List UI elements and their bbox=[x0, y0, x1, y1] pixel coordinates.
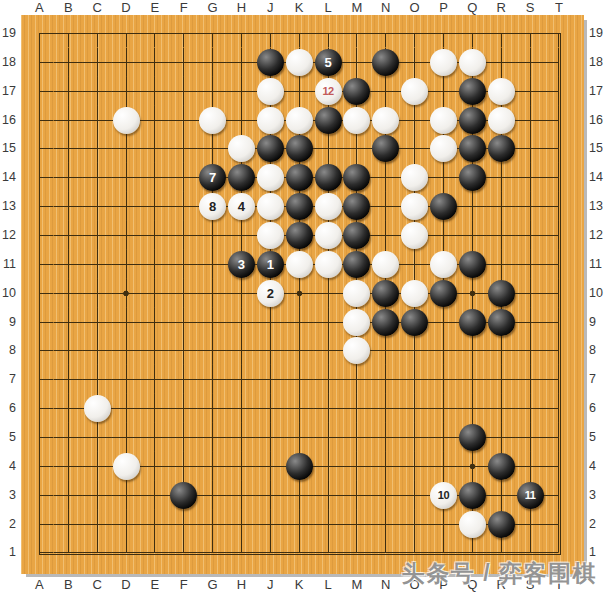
point-A19[interactable] bbox=[25, 19, 54, 48]
point-G13[interactable]: 8 bbox=[198, 192, 227, 221]
point-Q19[interactable] bbox=[458, 19, 487, 48]
point-N18[interactable] bbox=[371, 48, 400, 77]
point-M2[interactable] bbox=[342, 510, 371, 539]
point-E15[interactable] bbox=[140, 134, 169, 163]
point-M13[interactable] bbox=[342, 192, 371, 221]
point-A13[interactable] bbox=[25, 192, 54, 221]
point-Q16[interactable] bbox=[458, 106, 487, 135]
point-T13[interactable] bbox=[544, 192, 573, 221]
point-A1[interactable] bbox=[25, 538, 54, 567]
point-A10[interactable] bbox=[25, 279, 54, 308]
point-E2[interactable] bbox=[140, 510, 169, 539]
point-O2[interactable] bbox=[400, 510, 429, 539]
point-F5[interactable] bbox=[169, 423, 198, 452]
point-N19[interactable] bbox=[371, 19, 400, 48]
point-K19[interactable] bbox=[285, 19, 314, 48]
point-E8[interactable] bbox=[140, 336, 169, 365]
point-K3[interactable] bbox=[285, 481, 314, 510]
point-G15[interactable] bbox=[198, 134, 227, 163]
point-E7[interactable] bbox=[140, 365, 169, 394]
point-J11[interactable]: 1 bbox=[256, 250, 285, 279]
point-M7[interactable] bbox=[342, 365, 371, 394]
point-T9[interactable] bbox=[544, 308, 573, 337]
point-N3[interactable] bbox=[371, 481, 400, 510]
point-F13[interactable] bbox=[169, 192, 198, 221]
point-C16[interactable] bbox=[83, 106, 112, 135]
point-Q3[interactable] bbox=[458, 481, 487, 510]
point-P12[interactable] bbox=[429, 221, 458, 250]
point-C19[interactable] bbox=[83, 19, 112, 48]
point-E18[interactable] bbox=[140, 48, 169, 77]
point-J9[interactable] bbox=[256, 308, 285, 337]
point-C6[interactable] bbox=[83, 394, 112, 423]
point-T12[interactable] bbox=[544, 221, 573, 250]
point-N7[interactable] bbox=[371, 365, 400, 394]
point-F1[interactable] bbox=[169, 538, 198, 567]
point-A11[interactable] bbox=[25, 250, 54, 279]
point-H18[interactable] bbox=[227, 48, 256, 77]
point-T5[interactable] bbox=[544, 423, 573, 452]
point-B9[interactable] bbox=[54, 308, 83, 337]
point-B4[interactable] bbox=[54, 452, 83, 481]
point-M10[interactable] bbox=[342, 279, 371, 308]
point-R11[interactable] bbox=[487, 250, 516, 279]
point-Q5[interactable] bbox=[458, 423, 487, 452]
point-G18[interactable] bbox=[198, 48, 227, 77]
point-A16[interactable] bbox=[25, 106, 54, 135]
point-A15[interactable] bbox=[25, 134, 54, 163]
point-O16[interactable] bbox=[400, 106, 429, 135]
point-E16[interactable] bbox=[140, 106, 169, 135]
point-R10[interactable] bbox=[487, 279, 516, 308]
point-B19[interactable] bbox=[54, 19, 83, 48]
point-T16[interactable] bbox=[544, 106, 573, 135]
point-M3[interactable] bbox=[342, 481, 371, 510]
point-D13[interactable] bbox=[112, 192, 141, 221]
point-F4[interactable] bbox=[169, 452, 198, 481]
point-G17[interactable] bbox=[198, 77, 227, 106]
point-K15[interactable] bbox=[285, 134, 314, 163]
point-S7[interactable] bbox=[516, 365, 545, 394]
point-K2[interactable] bbox=[285, 510, 314, 539]
point-M16[interactable] bbox=[342, 106, 371, 135]
point-L4[interactable] bbox=[314, 452, 343, 481]
point-F9[interactable] bbox=[169, 308, 198, 337]
point-D16[interactable] bbox=[112, 106, 141, 135]
point-J5[interactable] bbox=[256, 423, 285, 452]
point-L13[interactable] bbox=[314, 192, 343, 221]
point-D19[interactable] bbox=[112, 19, 141, 48]
point-P2[interactable] bbox=[429, 510, 458, 539]
point-O17[interactable] bbox=[400, 77, 429, 106]
point-T4[interactable] bbox=[544, 452, 573, 481]
point-H7[interactable] bbox=[227, 365, 256, 394]
point-K9[interactable] bbox=[285, 308, 314, 337]
point-L11[interactable] bbox=[314, 250, 343, 279]
point-T14[interactable] bbox=[544, 163, 573, 192]
point-E19[interactable] bbox=[140, 19, 169, 48]
point-K11[interactable] bbox=[285, 250, 314, 279]
point-E14[interactable] bbox=[140, 163, 169, 192]
point-M18[interactable] bbox=[342, 48, 371, 77]
point-S13[interactable] bbox=[516, 192, 545, 221]
point-C9[interactable] bbox=[83, 308, 112, 337]
point-L3[interactable] bbox=[314, 481, 343, 510]
point-H4[interactable] bbox=[227, 452, 256, 481]
point-O10[interactable] bbox=[400, 279, 429, 308]
point-N17[interactable] bbox=[371, 77, 400, 106]
point-S18[interactable] bbox=[516, 48, 545, 77]
point-C17[interactable] bbox=[83, 77, 112, 106]
point-E12[interactable] bbox=[140, 221, 169, 250]
point-O5[interactable] bbox=[400, 423, 429, 452]
point-Q2[interactable] bbox=[458, 510, 487, 539]
point-B12[interactable] bbox=[54, 221, 83, 250]
point-F18[interactable] bbox=[169, 48, 198, 77]
point-P14[interactable] bbox=[429, 163, 458, 192]
point-A14[interactable] bbox=[25, 163, 54, 192]
point-T3[interactable] bbox=[544, 481, 573, 510]
point-S10[interactable] bbox=[516, 279, 545, 308]
point-N15[interactable] bbox=[371, 134, 400, 163]
point-B11[interactable] bbox=[54, 250, 83, 279]
point-O9[interactable] bbox=[400, 308, 429, 337]
point-G14[interactable]: 7 bbox=[198, 163, 227, 192]
point-F6[interactable] bbox=[169, 394, 198, 423]
point-T15[interactable] bbox=[544, 134, 573, 163]
point-C8[interactable] bbox=[83, 336, 112, 365]
point-D11[interactable] bbox=[112, 250, 141, 279]
point-P18[interactable] bbox=[429, 48, 458, 77]
point-N13[interactable] bbox=[371, 192, 400, 221]
point-G10[interactable] bbox=[198, 279, 227, 308]
point-E13[interactable] bbox=[140, 192, 169, 221]
point-C4[interactable] bbox=[83, 452, 112, 481]
point-E4[interactable] bbox=[140, 452, 169, 481]
point-O7[interactable] bbox=[400, 365, 429, 394]
point-M14[interactable] bbox=[342, 163, 371, 192]
point-Q15[interactable] bbox=[458, 134, 487, 163]
point-S4[interactable] bbox=[516, 452, 545, 481]
point-D18[interactable] bbox=[112, 48, 141, 77]
point-O6[interactable] bbox=[400, 394, 429, 423]
point-G4[interactable] bbox=[198, 452, 227, 481]
point-F11[interactable] bbox=[169, 250, 198, 279]
point-S19[interactable] bbox=[516, 19, 545, 48]
point-Q10[interactable] bbox=[458, 279, 487, 308]
point-K10[interactable] bbox=[285, 279, 314, 308]
point-R17[interactable] bbox=[487, 77, 516, 106]
point-S12[interactable] bbox=[516, 221, 545, 250]
point-A9[interactable] bbox=[25, 308, 54, 337]
point-L5[interactable] bbox=[314, 423, 343, 452]
point-O12[interactable] bbox=[400, 221, 429, 250]
point-K16[interactable] bbox=[285, 106, 314, 135]
point-D8[interactable] bbox=[112, 336, 141, 365]
point-A12[interactable] bbox=[25, 221, 54, 250]
point-A17[interactable] bbox=[25, 77, 54, 106]
point-G5[interactable] bbox=[198, 423, 227, 452]
point-B1[interactable] bbox=[54, 538, 83, 567]
point-F3[interactable] bbox=[169, 481, 198, 510]
point-H11[interactable]: 3 bbox=[227, 250, 256, 279]
point-D2[interactable] bbox=[112, 510, 141, 539]
point-M11[interactable] bbox=[342, 250, 371, 279]
point-A2[interactable] bbox=[25, 510, 54, 539]
point-C2[interactable] bbox=[83, 510, 112, 539]
point-M8[interactable] bbox=[342, 336, 371, 365]
point-B2[interactable] bbox=[54, 510, 83, 539]
point-Q4[interactable] bbox=[458, 452, 487, 481]
point-T11[interactable] bbox=[544, 250, 573, 279]
point-J4[interactable] bbox=[256, 452, 285, 481]
point-P13[interactable] bbox=[429, 192, 458, 221]
point-A18[interactable] bbox=[25, 48, 54, 77]
point-F16[interactable] bbox=[169, 106, 198, 135]
point-H19[interactable] bbox=[227, 19, 256, 48]
point-N12[interactable] bbox=[371, 221, 400, 250]
point-Q18[interactable] bbox=[458, 48, 487, 77]
point-E17[interactable] bbox=[140, 77, 169, 106]
point-R19[interactable] bbox=[487, 19, 516, 48]
point-O19[interactable] bbox=[400, 19, 429, 48]
point-E9[interactable] bbox=[140, 308, 169, 337]
point-S16[interactable] bbox=[516, 106, 545, 135]
point-G8[interactable] bbox=[198, 336, 227, 365]
point-H13[interactable]: 4 bbox=[227, 192, 256, 221]
point-P4[interactable] bbox=[429, 452, 458, 481]
point-P19[interactable] bbox=[429, 19, 458, 48]
point-B14[interactable] bbox=[54, 163, 83, 192]
point-F10[interactable] bbox=[169, 279, 198, 308]
point-Q14[interactable] bbox=[458, 163, 487, 192]
point-G6[interactable] bbox=[198, 394, 227, 423]
point-T19[interactable] bbox=[544, 19, 573, 48]
point-D17[interactable] bbox=[112, 77, 141, 106]
point-O14[interactable] bbox=[400, 163, 429, 192]
point-L10[interactable] bbox=[314, 279, 343, 308]
point-M1[interactable] bbox=[342, 538, 371, 567]
point-T18[interactable] bbox=[544, 48, 573, 77]
point-Q7[interactable] bbox=[458, 365, 487, 394]
point-N1[interactable] bbox=[371, 538, 400, 567]
point-G16[interactable] bbox=[198, 106, 227, 135]
point-C12[interactable] bbox=[83, 221, 112, 250]
point-J14[interactable] bbox=[256, 163, 285, 192]
point-F14[interactable] bbox=[169, 163, 198, 192]
point-P7[interactable] bbox=[429, 365, 458, 394]
point-J10[interactable]: 2 bbox=[256, 279, 285, 308]
point-G1[interactable] bbox=[198, 538, 227, 567]
point-G3[interactable] bbox=[198, 481, 227, 510]
point-H16[interactable] bbox=[227, 106, 256, 135]
point-L1[interactable] bbox=[314, 538, 343, 567]
point-P6[interactable] bbox=[429, 394, 458, 423]
point-N11[interactable] bbox=[371, 250, 400, 279]
point-D6[interactable] bbox=[112, 394, 141, 423]
point-M9[interactable] bbox=[342, 308, 371, 337]
point-O8[interactable] bbox=[400, 336, 429, 365]
point-A7[interactable] bbox=[25, 365, 54, 394]
point-J2[interactable] bbox=[256, 510, 285, 539]
point-L19[interactable] bbox=[314, 19, 343, 48]
point-P3[interactable]: 10 bbox=[429, 481, 458, 510]
point-N14[interactable] bbox=[371, 163, 400, 192]
point-T10[interactable] bbox=[544, 279, 573, 308]
point-S3[interactable]: 11 bbox=[516, 481, 545, 510]
point-E3[interactable] bbox=[140, 481, 169, 510]
point-G11[interactable] bbox=[198, 250, 227, 279]
point-R4[interactable] bbox=[487, 452, 516, 481]
point-R16[interactable] bbox=[487, 106, 516, 135]
point-D1[interactable] bbox=[112, 538, 141, 567]
point-F15[interactable] bbox=[169, 134, 198, 163]
point-D12[interactable] bbox=[112, 221, 141, 250]
point-N10[interactable] bbox=[371, 279, 400, 308]
point-B15[interactable] bbox=[54, 134, 83, 163]
point-R14[interactable] bbox=[487, 163, 516, 192]
point-M15[interactable] bbox=[342, 134, 371, 163]
point-L6[interactable] bbox=[314, 394, 343, 423]
point-P5[interactable] bbox=[429, 423, 458, 452]
point-F8[interactable] bbox=[169, 336, 198, 365]
point-R15[interactable] bbox=[487, 134, 516, 163]
point-E6[interactable] bbox=[140, 394, 169, 423]
point-D3[interactable] bbox=[112, 481, 141, 510]
point-K6[interactable] bbox=[285, 394, 314, 423]
point-Q12[interactable] bbox=[458, 221, 487, 250]
point-J17[interactable] bbox=[256, 77, 285, 106]
point-F17[interactable] bbox=[169, 77, 198, 106]
point-P16[interactable] bbox=[429, 106, 458, 135]
point-F2[interactable] bbox=[169, 510, 198, 539]
point-S11[interactable] bbox=[516, 250, 545, 279]
point-B5[interactable] bbox=[54, 423, 83, 452]
point-F12[interactable] bbox=[169, 221, 198, 250]
point-B10[interactable] bbox=[54, 279, 83, 308]
point-L16[interactable] bbox=[314, 106, 343, 135]
point-J6[interactable] bbox=[256, 394, 285, 423]
point-Q11[interactable] bbox=[458, 250, 487, 279]
point-C14[interactable] bbox=[83, 163, 112, 192]
point-K1[interactable] bbox=[285, 538, 314, 567]
point-O18[interactable] bbox=[400, 48, 429, 77]
point-O4[interactable] bbox=[400, 452, 429, 481]
point-B8[interactable] bbox=[54, 336, 83, 365]
point-K5[interactable] bbox=[285, 423, 314, 452]
point-S17[interactable] bbox=[516, 77, 545, 106]
point-N2[interactable] bbox=[371, 510, 400, 539]
point-R13[interactable] bbox=[487, 192, 516, 221]
point-J12[interactable] bbox=[256, 221, 285, 250]
point-L17[interactable]: 12 bbox=[314, 77, 343, 106]
point-O11[interactable] bbox=[400, 250, 429, 279]
point-J1[interactable] bbox=[256, 538, 285, 567]
point-K12[interactable] bbox=[285, 221, 314, 250]
point-S5[interactable] bbox=[516, 423, 545, 452]
point-T2[interactable] bbox=[544, 510, 573, 539]
point-S15[interactable] bbox=[516, 134, 545, 163]
point-K4[interactable] bbox=[285, 452, 314, 481]
point-P9[interactable] bbox=[429, 308, 458, 337]
point-O15[interactable] bbox=[400, 134, 429, 163]
point-C15[interactable] bbox=[83, 134, 112, 163]
point-C13[interactable] bbox=[83, 192, 112, 221]
point-M4[interactable] bbox=[342, 452, 371, 481]
point-L12[interactable] bbox=[314, 221, 343, 250]
point-F19[interactable] bbox=[169, 19, 198, 48]
point-J18[interactable] bbox=[256, 48, 285, 77]
point-B7[interactable] bbox=[54, 365, 83, 394]
point-G2[interactable] bbox=[198, 510, 227, 539]
point-A6[interactable] bbox=[25, 394, 54, 423]
point-B18[interactable] bbox=[54, 48, 83, 77]
point-R9[interactable] bbox=[487, 308, 516, 337]
point-C10[interactable] bbox=[83, 279, 112, 308]
point-Q6[interactable] bbox=[458, 394, 487, 423]
point-D15[interactable] bbox=[112, 134, 141, 163]
point-M19[interactable] bbox=[342, 19, 371, 48]
point-A8[interactable] bbox=[25, 336, 54, 365]
point-R7[interactable] bbox=[487, 365, 516, 394]
point-P8[interactable] bbox=[429, 336, 458, 365]
point-R18[interactable] bbox=[487, 48, 516, 77]
point-H9[interactable] bbox=[227, 308, 256, 337]
point-H2[interactable] bbox=[227, 510, 256, 539]
point-R12[interactable] bbox=[487, 221, 516, 250]
point-K14[interactable] bbox=[285, 163, 314, 192]
point-S2[interactable] bbox=[516, 510, 545, 539]
point-D10[interactable] bbox=[112, 279, 141, 308]
point-S14[interactable] bbox=[516, 163, 545, 192]
point-G9[interactable] bbox=[198, 308, 227, 337]
point-L2[interactable] bbox=[314, 510, 343, 539]
point-L9[interactable] bbox=[314, 308, 343, 337]
point-M5[interactable] bbox=[342, 423, 371, 452]
point-M12[interactable] bbox=[342, 221, 371, 250]
point-L18[interactable]: 5 bbox=[314, 48, 343, 77]
point-D5[interactable] bbox=[112, 423, 141, 452]
point-D9[interactable] bbox=[112, 308, 141, 337]
point-S9[interactable] bbox=[516, 308, 545, 337]
point-G12[interactable] bbox=[198, 221, 227, 250]
point-J16[interactable] bbox=[256, 106, 285, 135]
point-J7[interactable] bbox=[256, 365, 285, 394]
point-B3[interactable] bbox=[54, 481, 83, 510]
point-Q17[interactable] bbox=[458, 77, 487, 106]
point-P10[interactable] bbox=[429, 279, 458, 308]
point-K7[interactable] bbox=[285, 365, 314, 394]
point-N9[interactable] bbox=[371, 308, 400, 337]
point-R6[interactable] bbox=[487, 394, 516, 423]
point-C7[interactable] bbox=[83, 365, 112, 394]
point-J19[interactable] bbox=[256, 19, 285, 48]
point-H3[interactable] bbox=[227, 481, 256, 510]
point-D4[interactable] bbox=[112, 452, 141, 481]
point-C11[interactable] bbox=[83, 250, 112, 279]
point-J13[interactable] bbox=[256, 192, 285, 221]
point-A4[interactable] bbox=[25, 452, 54, 481]
point-J15[interactable] bbox=[256, 134, 285, 163]
point-E11[interactable] bbox=[140, 250, 169, 279]
point-Q8[interactable] bbox=[458, 336, 487, 365]
point-P15[interactable] bbox=[429, 134, 458, 163]
point-P11[interactable] bbox=[429, 250, 458, 279]
point-C1[interactable] bbox=[83, 538, 112, 567]
point-O13[interactable] bbox=[400, 192, 429, 221]
point-C3[interactable] bbox=[83, 481, 112, 510]
point-K13[interactable] bbox=[285, 192, 314, 221]
